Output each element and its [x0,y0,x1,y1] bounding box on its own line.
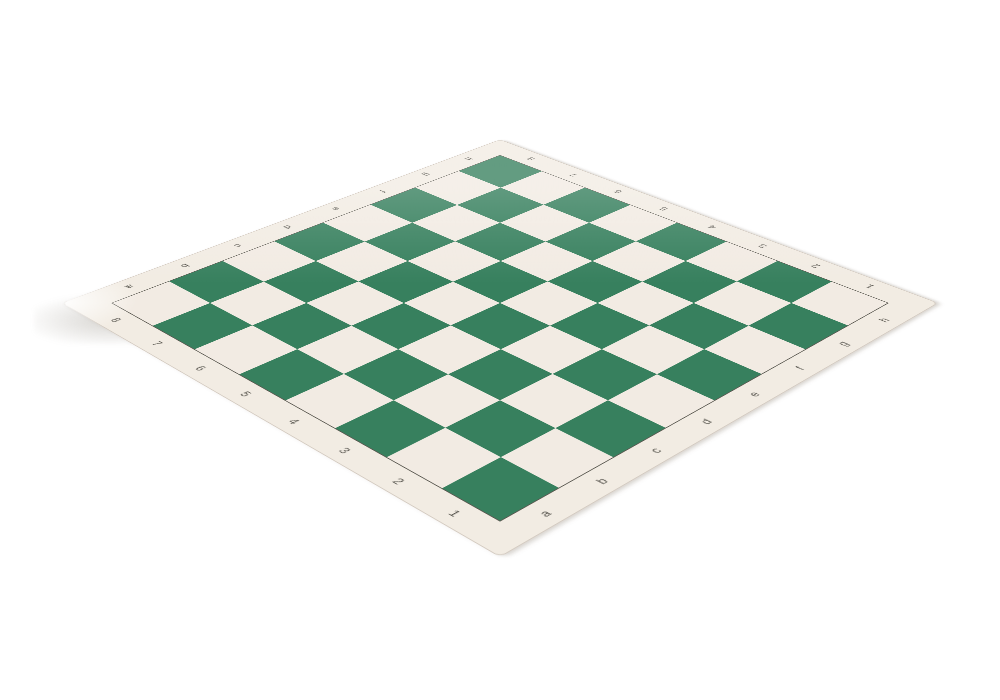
coord-left-3: 3 [301,428,388,472]
scene: abcdefgh abcdefgh 87654321 87654321 [0,0,1000,700]
product-photo-stage: abcdefgh abcdefgh 87654321 87654321 [0,0,1000,700]
chess-board-mat: abcdefgh abcdefgh 87654321 87654321 [62,139,939,557]
coord-left-2: 2 [354,458,442,505]
board-grid [111,155,889,522]
coord-left-5: 5 [204,374,287,414]
coord-left-4: 4 [252,401,337,443]
